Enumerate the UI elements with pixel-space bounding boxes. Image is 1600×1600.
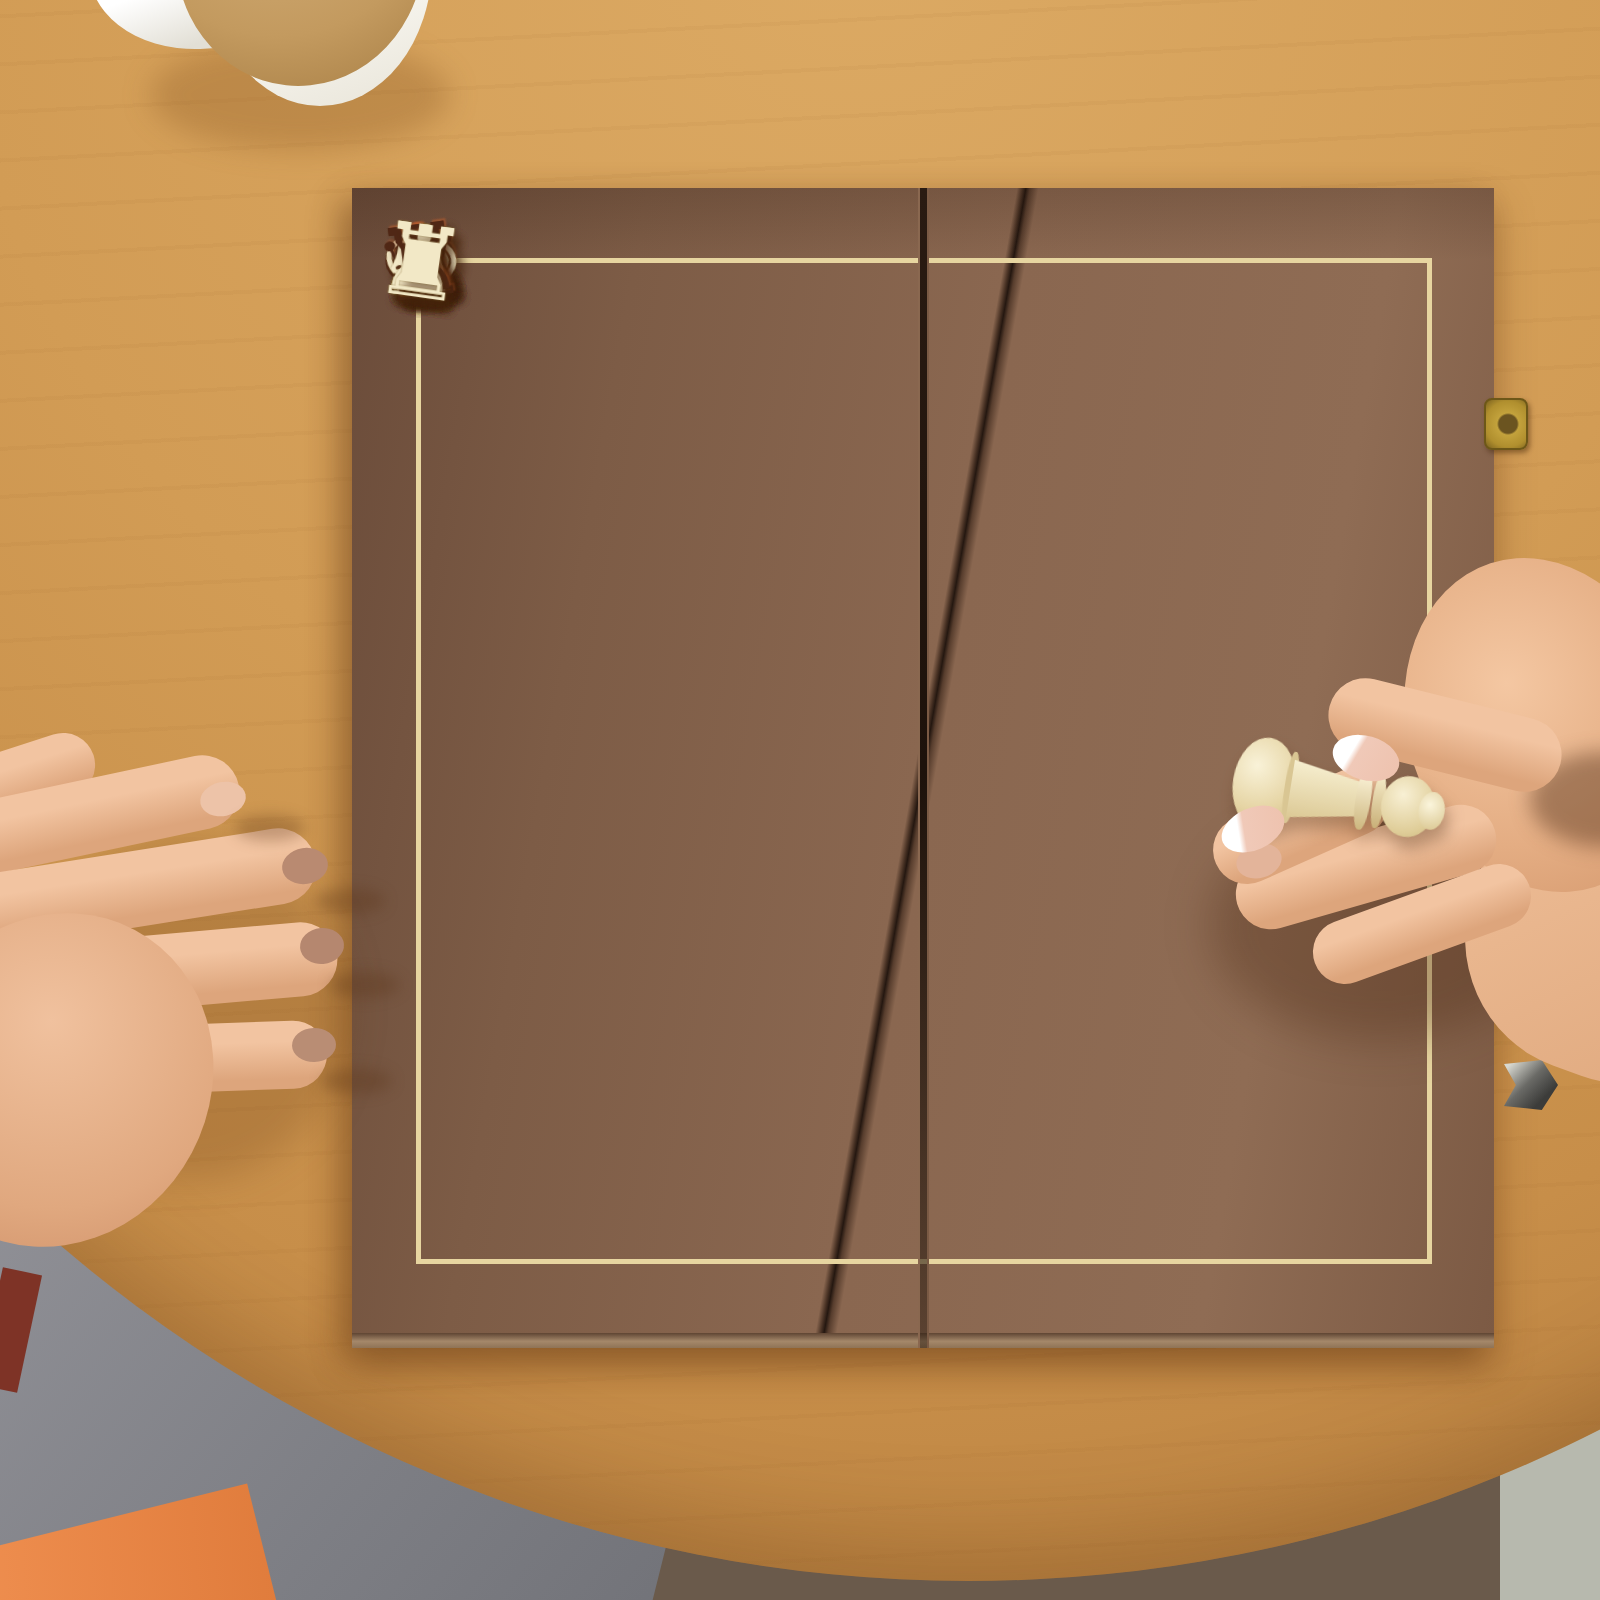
right-player-hand — [1140, 540, 1600, 1080]
board-fold-seam — [918, 188, 929, 1348]
piece-wR[interactable]: ♜ — [370, 207, 473, 319]
left-player-hand — [0, 720, 380, 1220]
fingertip-shadow — [315, 888, 385, 914]
brass-clasp[interactable] — [1484, 398, 1528, 450]
photo-stage: ♜♟♟♜♞♟♟♞♝♟♟♝♚♟♟♚♛♟♟♝♟♟♝♞♟♟♞♜♟♟♜ — [0, 0, 1600, 1600]
fingertip-shadow — [322, 1068, 392, 1094]
fingertip-shadow — [235, 815, 305, 841]
fingertip-shadow — [330, 972, 400, 998]
